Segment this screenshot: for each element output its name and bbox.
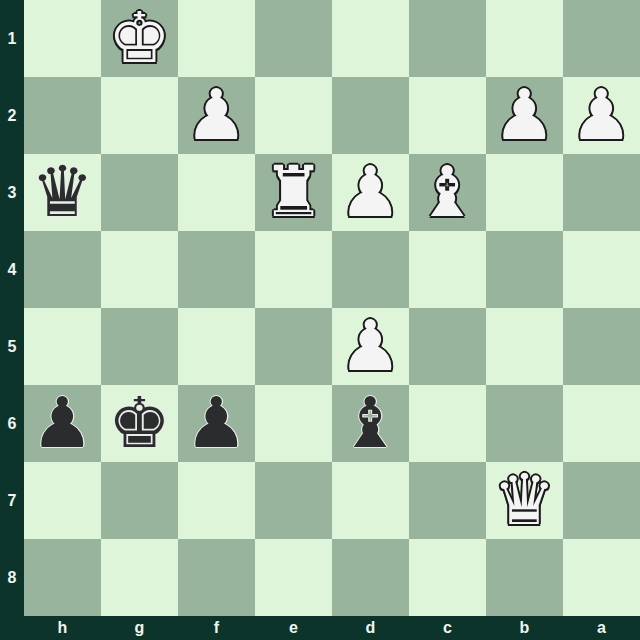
square-b5[interactable] (486, 308, 563, 385)
square-f5[interactable] (178, 308, 255, 385)
square-c2[interactable] (409, 77, 486, 154)
square-d3[interactable]: ♟ (332, 154, 409, 231)
square-b8[interactable] (486, 539, 563, 616)
square-c7[interactable] (409, 462, 486, 539)
square-d6[interactable]: ♝ (332, 385, 409, 462)
square-g3[interactable] (101, 154, 178, 231)
file-label-d: d (332, 616, 409, 640)
square-h1[interactable] (24, 0, 101, 77)
square-a3[interactable] (563, 154, 640, 231)
black-pawn: ♟ (185, 385, 248, 462)
square-b3[interactable] (486, 154, 563, 231)
white-rook: ♜ (262, 154, 325, 231)
square-d4[interactable] (332, 231, 409, 308)
black-bishop: ♝ (339, 385, 402, 462)
square-g2[interactable] (101, 77, 178, 154)
file-label-f: f (178, 616, 255, 640)
square-g7[interactable] (101, 462, 178, 539)
square-b2[interactable]: ♟ (486, 77, 563, 154)
square-g5[interactable] (101, 308, 178, 385)
square-c5[interactable] (409, 308, 486, 385)
rank-label-6: 6 (0, 385, 24, 462)
rank-label-3: 3 (0, 154, 24, 231)
square-c8[interactable] (409, 539, 486, 616)
square-e2[interactable] (255, 77, 332, 154)
square-e5[interactable] (255, 308, 332, 385)
square-c3[interactable]: ♝ (409, 154, 486, 231)
square-f4[interactable] (178, 231, 255, 308)
square-h3[interactable]: ♛ (24, 154, 101, 231)
file-label-a: a (563, 616, 640, 640)
square-a6[interactable] (563, 385, 640, 462)
square-e4[interactable] (255, 231, 332, 308)
square-b4[interactable] (486, 231, 563, 308)
chess-board: 1♚2♟♟♟3♛♜♟♝45♟6♟♚♟♝7♛8hgfedcba (0, 0, 640, 640)
white-pawn: ♟ (339, 154, 402, 231)
square-g4[interactable] (101, 231, 178, 308)
white-pawn: ♟ (570, 77, 633, 154)
square-d7[interactable] (332, 462, 409, 539)
square-c1[interactable] (409, 0, 486, 77)
square-c4[interactable] (409, 231, 486, 308)
square-e6[interactable] (255, 385, 332, 462)
square-e1[interactable] (255, 0, 332, 77)
white-queen: ♛ (493, 462, 556, 539)
square-c6[interactable] (409, 385, 486, 462)
square-d5[interactable]: ♟ (332, 308, 409, 385)
rank-label-8: 8 (0, 539, 24, 616)
white-king: ♚ (108, 0, 171, 77)
square-f8[interactable] (178, 539, 255, 616)
black-queen: ♛ (31, 154, 94, 231)
square-d8[interactable] (332, 539, 409, 616)
white-pawn: ♟ (185, 77, 248, 154)
square-h4[interactable] (24, 231, 101, 308)
file-label-h: h (24, 616, 101, 640)
rank-label-7: 7 (0, 462, 24, 539)
square-a5[interactable] (563, 308, 640, 385)
square-f3[interactable] (178, 154, 255, 231)
square-a8[interactable] (563, 539, 640, 616)
square-g1[interactable]: ♚ (101, 0, 178, 77)
square-b1[interactable] (486, 0, 563, 77)
file-label-c: c (409, 616, 486, 640)
file-label-g: g (101, 616, 178, 640)
rank-label-4: 4 (0, 231, 24, 308)
rank-label-5: 5 (0, 308, 24, 385)
square-h6[interactable]: ♟ (24, 385, 101, 462)
rank-label-1: 1 (0, 0, 24, 77)
square-f6[interactable]: ♟ (178, 385, 255, 462)
square-h2[interactable] (24, 77, 101, 154)
white-bishop: ♝ (416, 154, 479, 231)
file-label-e: e (255, 616, 332, 640)
square-d2[interactable] (332, 77, 409, 154)
square-a4[interactable] (563, 231, 640, 308)
square-e8[interactable] (255, 539, 332, 616)
square-d1[interactable] (332, 0, 409, 77)
rank-label-2: 2 (0, 77, 24, 154)
square-e7[interactable] (255, 462, 332, 539)
square-a1[interactable] (563, 0, 640, 77)
black-king: ♚ (108, 385, 171, 462)
square-a2[interactable]: ♟ (563, 77, 640, 154)
white-pawn: ♟ (493, 77, 556, 154)
square-f1[interactable] (178, 0, 255, 77)
square-h8[interactable] (24, 539, 101, 616)
square-e3[interactable]: ♜ (255, 154, 332, 231)
square-b7[interactable]: ♛ (486, 462, 563, 539)
square-f2[interactable]: ♟ (178, 77, 255, 154)
square-h7[interactable] (24, 462, 101, 539)
square-a7[interactable] (563, 462, 640, 539)
square-f7[interactable] (178, 462, 255, 539)
chess-board-container: 1♚2♟♟♟3♛♜♟♝45♟6♟♚♟♝7♛8hgfedcba (0, 0, 640, 640)
square-h5[interactable] (24, 308, 101, 385)
white-pawn: ♟ (339, 308, 402, 385)
black-pawn: ♟ (31, 385, 94, 462)
board-corner (0, 616, 24, 640)
square-g8[interactable] (101, 539, 178, 616)
square-b6[interactable] (486, 385, 563, 462)
file-label-b: b (486, 616, 563, 640)
square-g6[interactable]: ♚ (101, 385, 178, 462)
